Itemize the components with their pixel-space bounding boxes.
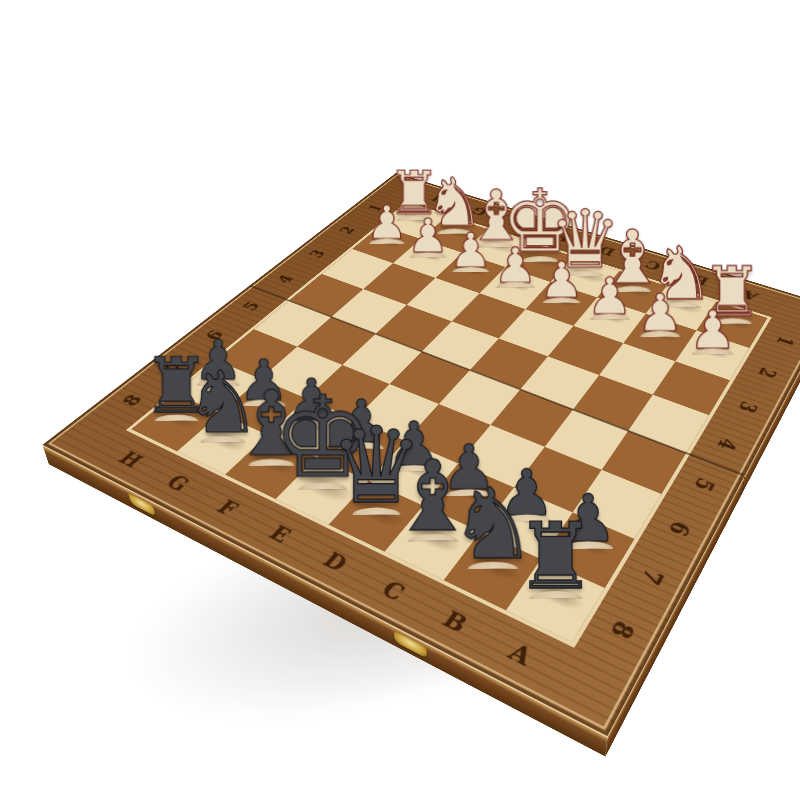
file-label-front-h: H <box>114 448 148 472</box>
black-rook-glyph: ♜ <box>515 515 597 599</box>
rank-label-a-side-4: 4 <box>713 435 742 453</box>
photo-canvas: AA88BB77CC66DD55EE44FF33GG22HH11 ♜♞♝♛♚♝♞… <box>0 0 800 800</box>
file-label-front-b: B <box>438 606 472 637</box>
rank-label-a-side-3: 3 <box>734 399 762 416</box>
file-label-front-f: F <box>212 496 243 520</box>
rank-label-a-side-6: 6 <box>664 518 696 540</box>
file-label-front-a: A <box>504 638 537 671</box>
rank-label-a-side-8: 8 <box>605 617 640 643</box>
file-label-front-d: D <box>318 547 352 575</box>
scene: AA88BB77CC66DD55EE44FF33GG22HH11 ♜♞♝♛♚♝♞… <box>184 84 756 656</box>
rank-label-a-side-5: 5 <box>689 475 720 495</box>
rank-label-a-side-7: 7 <box>636 565 670 589</box>
piece-black-rook-a8: ♜ <box>501 405 611 599</box>
file-label-front-e: E <box>264 521 296 547</box>
file-label-front-g: G <box>161 471 194 495</box>
file-label-front-c: C <box>377 576 410 605</box>
